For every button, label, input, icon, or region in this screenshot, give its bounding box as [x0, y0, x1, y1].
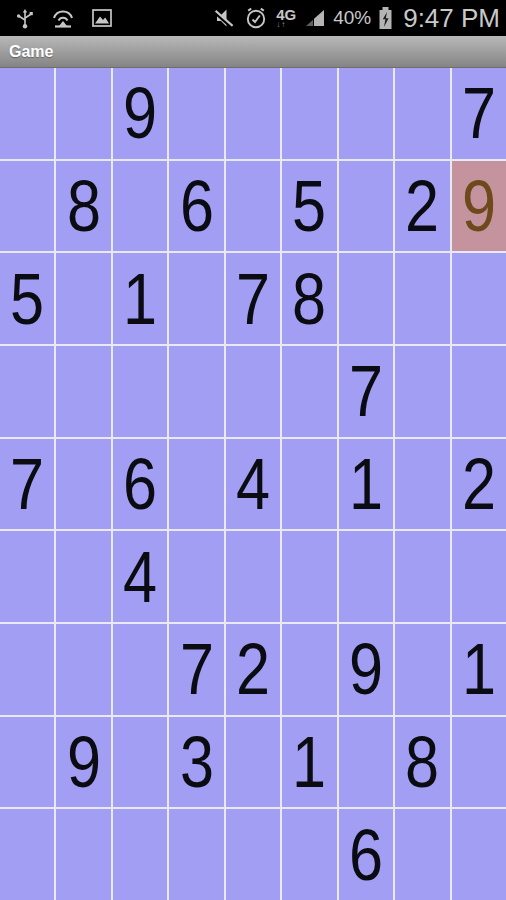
cell-digit: 6 [349, 819, 383, 891]
cell-r1c1[interactable] [0, 68, 54, 159]
clock-label: 9:47 PM [403, 3, 500, 34]
mute-icon [211, 5, 237, 31]
sudoku-board: 978652951787764124729193186 [0, 68, 506, 900]
cell-r1c2[interactable] [56, 68, 110, 159]
cell-digit: 9 [349, 633, 383, 705]
cell-digit: 7 [349, 355, 383, 427]
status-bar: 4G ↓↑ 40% 9:47 PM [0, 0, 506, 36]
cell-r6c8[interactable] [395, 531, 449, 622]
cell-r8c8[interactable]: 8 [395, 717, 449, 808]
cell-r5c7[interactable]: 1 [339, 439, 393, 530]
cell-r8c1[interactable] [0, 717, 54, 808]
cell-r8c5[interactable] [226, 717, 280, 808]
cell-r4c5[interactable] [226, 346, 280, 437]
cell-digit: 8 [67, 170, 101, 242]
cell-r1c9[interactable]: 7 [452, 68, 506, 159]
cell-r2c5[interactable] [226, 161, 280, 252]
cell-digit: 6 [123, 448, 157, 520]
cell-r9c9[interactable] [452, 809, 506, 900]
cell-r3c1[interactable]: 5 [0, 253, 54, 344]
cell-r9c5[interactable] [226, 809, 280, 900]
cell-r1c3[interactable]: 9 [113, 68, 167, 159]
cell-digit: 9 [462, 170, 496, 242]
cell-digit: 4 [236, 448, 270, 520]
cell-digit: 1 [349, 448, 383, 520]
network-arrows-icon: ↓↑ [276, 21, 286, 29]
cell-r6c4[interactable] [169, 531, 223, 622]
cell-r6c6[interactable] [282, 531, 336, 622]
cell-r7c2[interactable] [56, 624, 110, 715]
cell-r8c2[interactable]: 9 [56, 717, 110, 808]
cell-r5c6[interactable] [282, 439, 336, 530]
cell-digit: 7 [462, 77, 496, 149]
cell-digit: 5 [292, 170, 326, 242]
cell-digit: 2 [236, 633, 270, 705]
cell-r7c1[interactable] [0, 624, 54, 715]
cell-r3c9[interactable] [452, 253, 506, 344]
cell-digit: 3 [180, 726, 214, 798]
app-title: Game [0, 43, 53, 61]
cell-r3c8[interactable] [395, 253, 449, 344]
cell-r3c4[interactable] [169, 253, 223, 344]
status-bar-left [14, 6, 114, 30]
cell-r4c8[interactable] [395, 346, 449, 437]
cell-r2c4[interactable]: 6 [169, 161, 223, 252]
cell-digit: 8 [405, 726, 439, 798]
cell-r3c7[interactable] [339, 253, 393, 344]
cell-r8c7[interactable] [339, 717, 393, 808]
cell-r9c1[interactable] [0, 809, 54, 900]
alarm-icon [243, 5, 269, 31]
cell-digit: 7 [180, 633, 214, 705]
cell-r2c1[interactable] [0, 161, 54, 252]
cell-r7c8[interactable] [395, 624, 449, 715]
cell-r2c8[interactable]: 2 [395, 161, 449, 252]
cell-r8c3[interactable] [113, 717, 167, 808]
cell-digit: 7 [236, 263, 270, 335]
cell-r9c4[interactable] [169, 809, 223, 900]
cell-digit: 1 [292, 726, 326, 798]
battery-charging-icon [377, 5, 394, 31]
cell-r1c8[interactable] [395, 68, 449, 159]
cell-r4c7[interactable]: 7 [339, 346, 393, 437]
cell-r4c4[interactable] [169, 346, 223, 437]
cell-r8c4[interactable]: 3 [169, 717, 223, 808]
cell-r1c4[interactable] [169, 68, 223, 159]
cell-r9c7[interactable]: 6 [339, 809, 393, 900]
network-4g-indicator: 4G ↓↑ [276, 7, 296, 29]
cell-r4c9[interactable] [452, 346, 506, 437]
cell-digit: 7 [10, 448, 44, 520]
cell-digit: 5 [10, 263, 44, 335]
cell-r5c1[interactable]: 7 [0, 439, 54, 530]
cell-r4c6[interactable] [282, 346, 336, 437]
cell-r7c4[interactable]: 7 [169, 624, 223, 715]
cell-r7c6[interactable] [282, 624, 336, 715]
cell-digit: 8 [292, 263, 326, 335]
cell-r9c6[interactable] [282, 809, 336, 900]
cell-digit: 4 [123, 541, 157, 613]
cell-r2c7[interactable] [339, 161, 393, 252]
cell-r7c9[interactable]: 1 [452, 624, 506, 715]
cell-r9c8[interactable] [395, 809, 449, 900]
title-bar: Game [0, 36, 506, 68]
cell-r7c5[interactable]: 2 [226, 624, 280, 715]
cell-r5c3[interactable]: 6 [113, 439, 167, 530]
gallery-icon [90, 6, 114, 30]
cell-r2c9[interactable]: 9 [452, 161, 506, 252]
cell-digit: 1 [123, 263, 157, 335]
cell-r4c3[interactable] [113, 346, 167, 437]
cell-r1c7[interactable] [339, 68, 393, 159]
cell-r6c7[interactable] [339, 531, 393, 622]
cell-r9c2[interactable] [56, 809, 110, 900]
cell-r5c9[interactable]: 2 [452, 439, 506, 530]
cell-r5c5[interactable]: 4 [226, 439, 280, 530]
cell-r5c2[interactable] [56, 439, 110, 530]
cell-r8c9[interactable] [452, 717, 506, 808]
cell-r5c8[interactable] [395, 439, 449, 530]
cell-r3c2[interactable] [56, 253, 110, 344]
cell-r3c6[interactable]: 8 [282, 253, 336, 344]
cell-r4c2[interactable] [56, 346, 110, 437]
cell-r2c2[interactable]: 8 [56, 161, 110, 252]
status-bar-right: 4G ↓↑ 40% 9:47 PM [211, 3, 502, 34]
cell-r5c4[interactable] [169, 439, 223, 530]
cell-r6c3[interactable]: 4 [113, 531, 167, 622]
cell-digit: 9 [123, 77, 157, 149]
cell-digit: 2 [405, 170, 439, 242]
usb-icon [14, 6, 36, 30]
cell-r6c9[interactable] [452, 531, 506, 622]
cell-r3c5[interactable]: 7 [226, 253, 280, 344]
cell-r6c5[interactable] [226, 531, 280, 622]
cell-r4c1[interactable] [0, 346, 54, 437]
tethering-icon [49, 6, 77, 30]
signal-icon [303, 6, 327, 30]
cell-digit: 6 [180, 170, 214, 242]
battery-percent-label: 40% [333, 7, 371, 29]
cell-r7c7[interactable]: 9 [339, 624, 393, 715]
cell-r6c2[interactable] [56, 531, 110, 622]
cell-r2c3[interactable] [113, 161, 167, 252]
cell-r1c6[interactable] [282, 68, 336, 159]
cell-digit: 9 [67, 726, 101, 798]
cell-r6c1[interactable] [0, 531, 54, 622]
cell-r1c5[interactable] [226, 68, 280, 159]
cell-digit: 2 [462, 448, 496, 520]
cell-digit: 1 [462, 633, 496, 705]
cell-r8c6[interactable]: 1 [282, 717, 336, 808]
cell-r3c3[interactable]: 1 [113, 253, 167, 344]
cell-r9c3[interactable] [113, 809, 167, 900]
cell-r2c6[interactable]: 5 [282, 161, 336, 252]
cell-r7c3[interactable] [113, 624, 167, 715]
android-screen: 4G ↓↑ 40% 9:47 PM Game 978 [0, 0, 506, 900]
